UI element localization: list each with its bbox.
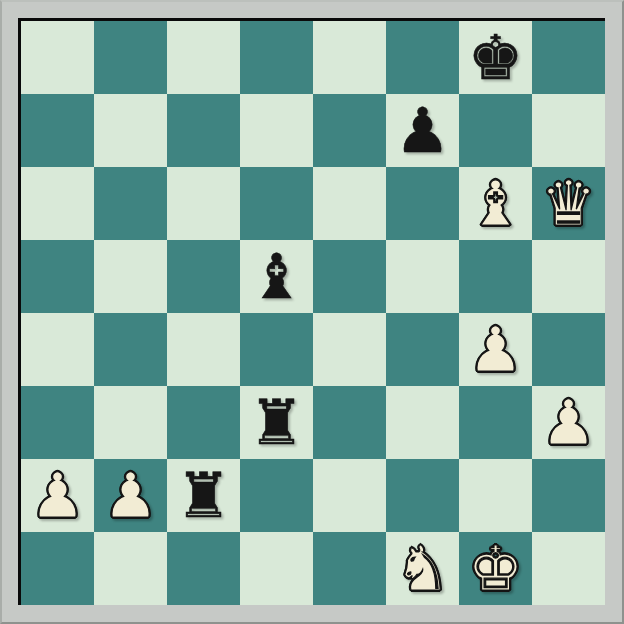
piece-white-knight[interactable]: ♞	[395, 532, 451, 605]
square-f7[interactable]: ♟	[386, 94, 459, 167]
square-b3[interactable]	[94, 386, 167, 459]
square-g4[interactable]: ♟	[459, 313, 532, 386]
square-h6[interactable]: ♛	[532, 167, 605, 240]
square-g7[interactable]	[459, 94, 532, 167]
square-b2[interactable]: ♟	[94, 459, 167, 532]
square-d1[interactable]	[240, 532, 313, 605]
square-f2[interactable]	[386, 459, 459, 532]
square-h7[interactable]	[532, 94, 605, 167]
piece-white-pawn[interactable]: ♟	[468, 313, 524, 386]
square-b7[interactable]	[94, 94, 167, 167]
page-background: ♚♟♝♛♝♟♜♟♟♟♜♞♚	[0, 0, 624, 624]
square-g5[interactable]	[459, 240, 532, 313]
square-e8[interactable]	[313, 21, 386, 94]
piece-white-pawn[interactable]: ♟	[30, 459, 86, 532]
square-f4[interactable]	[386, 313, 459, 386]
square-h1[interactable]	[532, 532, 605, 605]
square-e3[interactable]	[313, 386, 386, 459]
square-a4[interactable]	[21, 313, 94, 386]
square-a6[interactable]	[21, 167, 94, 240]
square-e2[interactable]	[313, 459, 386, 532]
square-h5[interactable]	[532, 240, 605, 313]
piece-black-king[interactable]: ♚	[468, 21, 524, 94]
square-c8[interactable]	[167, 21, 240, 94]
square-d2[interactable]	[240, 459, 313, 532]
square-c6[interactable]	[167, 167, 240, 240]
chess-board: ♚♟♝♛♝♟♜♟♟♟♜♞♚	[21, 21, 605, 605]
square-d6[interactable]	[240, 167, 313, 240]
piece-white-pawn[interactable]: ♟	[103, 459, 159, 532]
square-b8[interactable]	[94, 21, 167, 94]
square-d4[interactable]	[240, 313, 313, 386]
square-b5[interactable]	[94, 240, 167, 313]
piece-black-rook[interactable]: ♜	[176, 459, 232, 532]
square-a1[interactable]	[21, 532, 94, 605]
square-f6[interactable]	[386, 167, 459, 240]
square-f5[interactable]	[386, 240, 459, 313]
square-h4[interactable]	[532, 313, 605, 386]
piece-white-king[interactable]: ♚	[468, 532, 524, 605]
square-a8[interactable]	[21, 21, 94, 94]
square-d3[interactable]: ♜	[240, 386, 313, 459]
square-d8[interactable]	[240, 21, 313, 94]
square-f1[interactable]: ♞	[386, 532, 459, 605]
square-g3[interactable]	[459, 386, 532, 459]
square-a3[interactable]	[21, 386, 94, 459]
square-e1[interactable]	[313, 532, 386, 605]
piece-black-pawn[interactable]: ♟	[395, 94, 451, 167]
square-e6[interactable]	[313, 167, 386, 240]
square-c7[interactable]	[167, 94, 240, 167]
square-g2[interactable]	[459, 459, 532, 532]
piece-black-bishop[interactable]: ♝	[249, 240, 305, 313]
square-d5[interactable]: ♝	[240, 240, 313, 313]
square-e7[interactable]	[313, 94, 386, 167]
square-h2[interactable]	[532, 459, 605, 532]
square-b6[interactable]	[94, 167, 167, 240]
square-h8[interactable]	[532, 21, 605, 94]
square-c2[interactable]: ♜	[167, 459, 240, 532]
square-e4[interactable]	[313, 313, 386, 386]
square-d7[interactable]	[240, 94, 313, 167]
square-c4[interactable]	[167, 313, 240, 386]
square-h3[interactable]: ♟	[532, 386, 605, 459]
square-g6[interactable]: ♝	[459, 167, 532, 240]
piece-white-pawn[interactable]: ♟	[541, 386, 597, 459]
chess-board-frame: ♚♟♝♛♝♟♜♟♟♟♜♞♚	[18, 18, 605, 605]
piece-white-bishop[interactable]: ♝	[468, 167, 524, 240]
piece-white-queen[interactable]: ♛	[541, 167, 597, 240]
square-c1[interactable]	[167, 532, 240, 605]
square-a7[interactable]	[21, 94, 94, 167]
piece-black-rook[interactable]: ♜	[249, 386, 305, 459]
square-a5[interactable]	[21, 240, 94, 313]
square-a2[interactable]: ♟	[21, 459, 94, 532]
square-e5[interactable]	[313, 240, 386, 313]
square-f3[interactable]	[386, 386, 459, 459]
square-b1[interactable]	[94, 532, 167, 605]
square-c3[interactable]	[167, 386, 240, 459]
square-c5[interactable]	[167, 240, 240, 313]
square-g8[interactable]: ♚	[459, 21, 532, 94]
square-g1[interactable]: ♚	[459, 532, 532, 605]
square-b4[interactable]	[94, 313, 167, 386]
square-f8[interactable]	[386, 21, 459, 94]
